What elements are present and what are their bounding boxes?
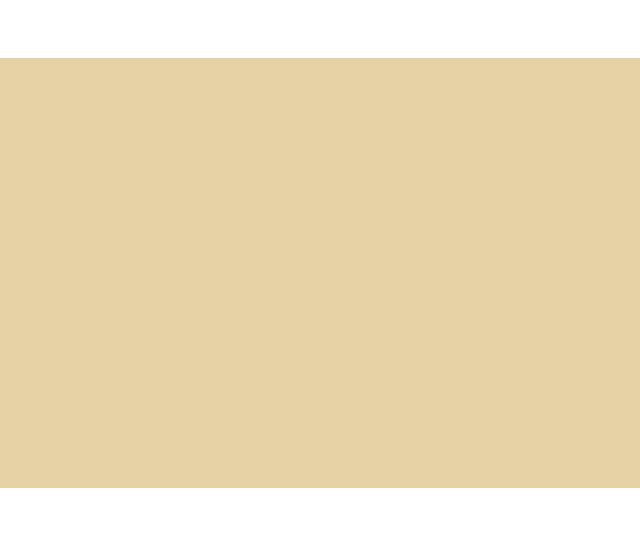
top-white-band [0,0,640,58]
kraft-paper-background [0,58,640,488]
bottom-white-band [0,488,640,548]
screenshot-frame [0,0,640,548]
board-photo [0,58,640,488]
